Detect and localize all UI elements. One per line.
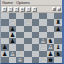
last-move-button[interactable]: »	[32, 7, 37, 12]
white-piece-k[interactable]: ♔	[17, 57, 22, 63]
black-piece-p[interactable]: ♟	[10, 38, 15, 44]
board-square-b1[interactable]	[9, 57, 17, 63]
menu-item-options[interactable]: Options	[16, 0, 30, 5]
board-square-d1[interactable]	[24, 57, 32, 63]
next-move-button[interactable]: ›	[26, 7, 31, 12]
board-square-c1[interactable]: ♔	[16, 57, 24, 63]
menu-item-game[interactable]: Game	[2, 0, 13, 5]
board-square-a1[interactable]	[1, 57, 9, 63]
black-piece-p[interactable]: ♟	[2, 51, 7, 57]
stop-button[interactable]: •	[14, 7, 19, 12]
chess-board: ♙♙♜♟♟♟♟♙♞♟♙♙♝♟♙♙♟♞♔♙♚	[1, 13, 62, 63]
white-piece-p[interactable]: ♙	[10, 51, 15, 57]
flip-board-button[interactable]: ⇅	[52, 7, 56, 11]
board-square-g1[interactable]: ♚	[47, 57, 55, 63]
settings-button[interactable]: ≡	[57, 7, 61, 11]
black-piece-p[interactable]: ♟	[55, 26, 60, 32]
board-square-h1[interactable]	[54, 57, 62, 63]
black-piece-k[interactable]: ♚	[48, 57, 53, 63]
board-square-f1[interactable]: ♙	[39, 57, 47, 63]
toolbar: «‹•▸›»⇅≡	[1, 6, 62, 13]
board-square-e1[interactable]	[32, 57, 40, 63]
prev-move-button[interactable]: ‹	[8, 7, 13, 12]
black-piece-n[interactable]: ♞	[55, 51, 60, 57]
play-button[interactable]: ▸	[20, 7, 25, 12]
white-piece-p[interactable]: ♙	[40, 57, 45, 63]
first-move-button[interactable]: «	[2, 7, 7, 12]
white-piece-p[interactable]: ♙	[25, 19, 30, 25]
white-piece-p[interactable]: ♙	[40, 44, 45, 50]
chess-app-window: Game Options «‹•▸›»⇅≡ ♙♙♜♟♟♟♟♙♞♟♙♙♝♟♙♙♟♞…	[0, 0, 64, 64]
